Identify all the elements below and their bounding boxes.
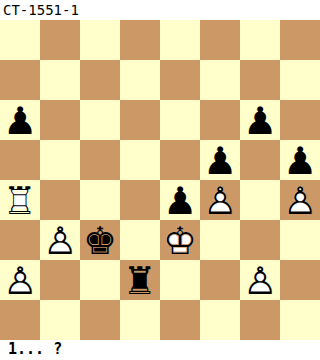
square-h5[interactable]: ♟ [280,140,320,180]
black-rook: ♜ [120,260,160,300]
square-a7[interactable] [0,60,40,100]
white-pawn: ♟♙ [200,180,240,220]
piece-glyph: ♟ [280,140,320,180]
square-e1[interactable] [160,300,200,340]
chess-board: ♟♟♟♟♜♖♟♟♙♟♙♟♙♚♚♔♟♙♜♟♙ [0,20,320,340]
square-d3[interactable] [120,220,160,260]
square-g4[interactable] [240,180,280,220]
white-king: ♚♔ [160,220,200,260]
square-c6[interactable] [80,100,120,140]
square-e6[interactable] [160,100,200,140]
square-d8[interactable] [120,20,160,60]
square-c4[interactable] [80,180,120,220]
square-f1[interactable] [200,300,240,340]
piece-glyph: ♚ [80,220,120,260]
square-g6[interactable]: ♟ [240,100,280,140]
square-c1[interactable] [80,300,120,340]
square-c2[interactable] [80,260,120,300]
square-h7[interactable] [280,60,320,100]
square-g2[interactable]: ♟♙ [240,260,280,300]
black-king: ♚ [80,220,120,260]
square-g1[interactable] [240,300,280,340]
black-pawn: ♟ [280,140,320,180]
square-c8[interactable] [80,20,120,60]
square-a3[interactable] [0,220,40,260]
white-rook: ♜♖ [0,180,40,220]
square-e2[interactable] [160,260,200,300]
square-h2[interactable] [280,260,320,300]
square-h1[interactable] [280,300,320,340]
square-c3[interactable]: ♚ [80,220,120,260]
piece-glyph: ♟ [200,140,240,180]
white-pawn: ♟♙ [240,260,280,300]
square-f6[interactable] [200,100,240,140]
square-b1[interactable] [40,300,80,340]
square-b3[interactable]: ♟♙ [40,220,80,260]
square-f7[interactable] [200,60,240,100]
square-d6[interactable] [120,100,160,140]
square-b8[interactable] [40,20,80,60]
square-a1[interactable] [0,300,40,340]
piece-outline: ♙ [40,220,80,260]
piece-glyph: ♟ [240,100,280,140]
piece-glyph: ♟ [160,180,200,220]
square-a5[interactable] [0,140,40,180]
square-b6[interactable] [40,100,80,140]
square-f2[interactable] [200,260,240,300]
square-h3[interactable] [280,220,320,260]
piece-glyph: ♟ [0,100,40,140]
square-g5[interactable] [240,140,280,180]
white-pawn: ♟♙ [40,220,80,260]
black-pawn: ♟ [160,180,200,220]
white-pawn: ♟♙ [280,180,320,220]
square-g8[interactable] [240,20,280,60]
square-e3[interactable]: ♚♔ [160,220,200,260]
square-d2[interactable]: ♜ [120,260,160,300]
square-b4[interactable] [40,180,80,220]
square-f8[interactable] [200,20,240,60]
square-a8[interactable] [0,20,40,60]
black-pawn: ♟ [240,100,280,140]
square-d7[interactable] [120,60,160,100]
square-b2[interactable] [40,260,80,300]
puzzle-id-title: CT-1551-1 [0,0,320,20]
square-d1[interactable] [120,300,160,340]
piece-outline: ♙ [0,260,40,300]
square-g3[interactable] [240,220,280,260]
piece-outline: ♙ [200,180,240,220]
square-d5[interactable] [120,140,160,180]
square-e7[interactable] [160,60,200,100]
square-f3[interactable] [200,220,240,260]
square-f5[interactable]: ♟ [200,140,240,180]
square-c5[interactable] [80,140,120,180]
square-b5[interactable] [40,140,80,180]
square-g7[interactable] [240,60,280,100]
square-e5[interactable] [160,140,200,180]
piece-outline: ♖ [0,180,40,220]
square-h6[interactable] [280,100,320,140]
square-h8[interactable] [280,20,320,60]
square-a6[interactable]: ♟ [0,100,40,140]
square-e4[interactable]: ♟ [160,180,200,220]
black-pawn: ♟ [200,140,240,180]
square-a2[interactable]: ♟♙ [0,260,40,300]
square-e8[interactable] [160,20,200,60]
move-prompt: 1... ? [0,340,320,360]
square-h4[interactable]: ♟♙ [280,180,320,220]
square-a4[interactable]: ♜♖ [0,180,40,220]
square-f4[interactable]: ♟♙ [200,180,240,220]
square-b7[interactable] [40,60,80,100]
piece-outline: ♙ [280,180,320,220]
piece-outline: ♙ [240,260,280,300]
black-pawn: ♟ [0,100,40,140]
piece-glyph: ♜ [120,260,160,300]
square-d4[interactable] [120,180,160,220]
piece-outline: ♔ [160,220,200,260]
white-pawn: ♟♙ [0,260,40,300]
square-c7[interactable] [80,60,120,100]
